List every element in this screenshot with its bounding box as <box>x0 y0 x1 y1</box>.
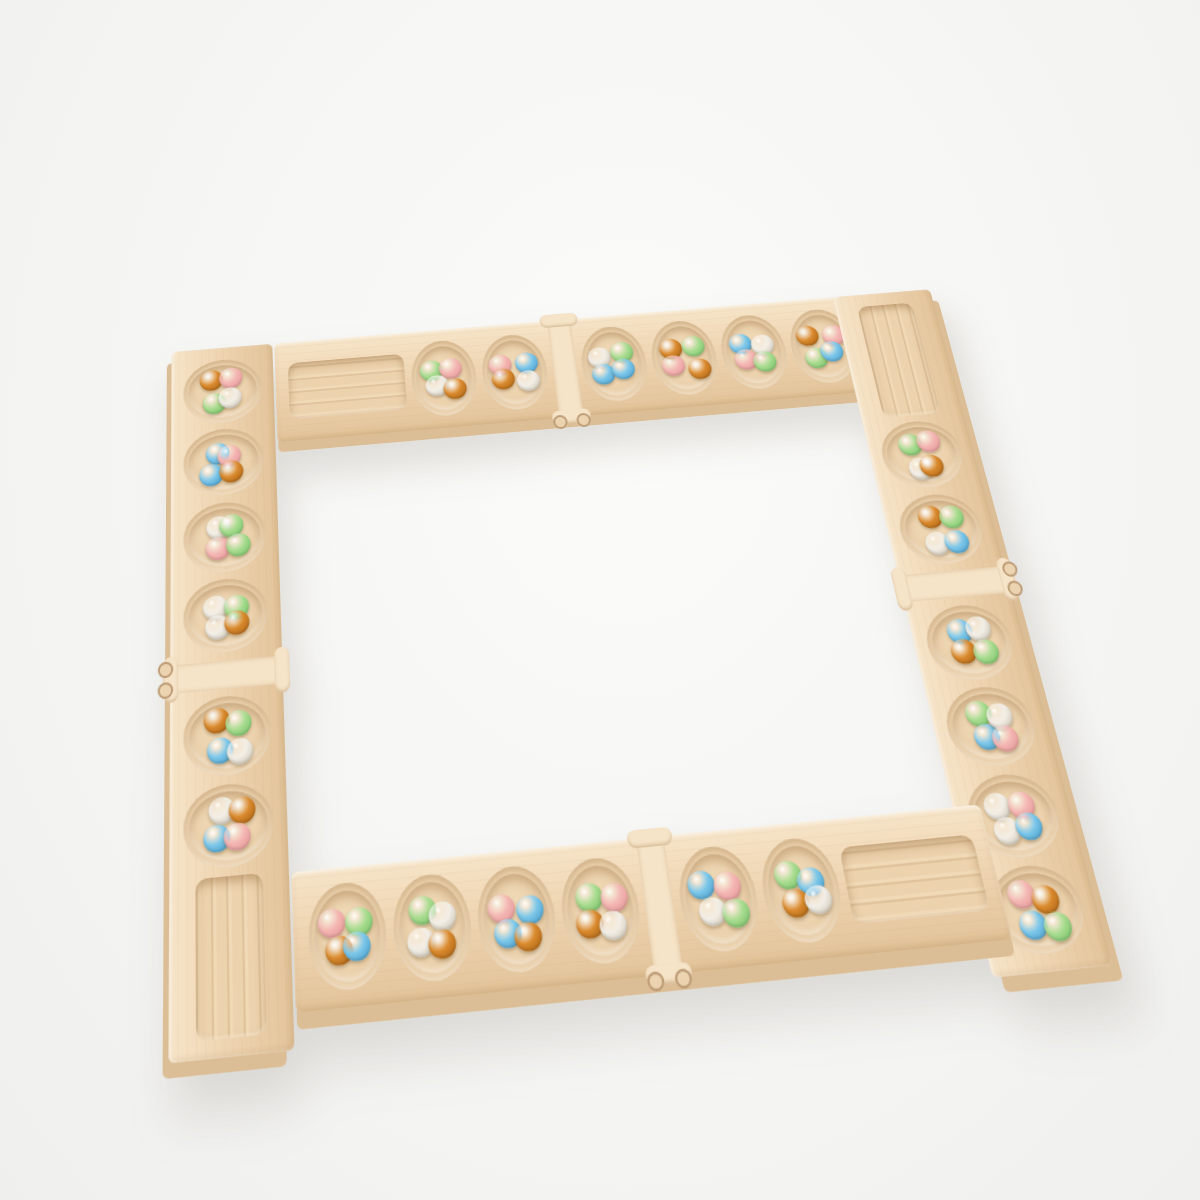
hinge-ring-icon <box>158 681 174 699</box>
gem-blue <box>685 869 716 900</box>
gem-amber <box>219 460 243 484</box>
gem-amber <box>491 368 516 390</box>
board-side-left <box>168 344 294 1064</box>
gem-amber <box>686 357 712 379</box>
pit-hollow <box>396 879 469 977</box>
pit-hollow <box>188 363 258 421</box>
gem-pink <box>224 822 251 852</box>
gem-amber <box>793 325 820 347</box>
board-side-bottom <box>291 805 1012 1013</box>
pit-hollow <box>925 608 1014 676</box>
gem-green <box>721 897 753 929</box>
hinge-top <box>547 321 583 416</box>
hinge-ring-icon <box>1006 580 1025 597</box>
pit-hollow <box>189 700 267 772</box>
pit-hollow <box>652 324 718 392</box>
hinge-ring-icon <box>1001 561 1020 577</box>
pit-hollow <box>680 851 759 947</box>
pit-hollow <box>188 582 263 649</box>
mancala-board <box>169 289 1103 1025</box>
hinge-ring-icon <box>647 971 666 992</box>
gem-green <box>936 504 966 529</box>
hinge-right <box>900 566 1009 602</box>
hinge-left <box>172 655 280 693</box>
gem-green <box>1040 910 1074 942</box>
store-right[interactable] <box>857 303 941 418</box>
board-side-top <box>274 295 879 442</box>
pit-hollow <box>583 330 647 398</box>
gem-pink <box>660 355 686 377</box>
pit-hollow <box>189 787 269 864</box>
pit-bottom-3[interactable] <box>473 863 560 976</box>
pit-left-3[interactable] <box>183 499 266 576</box>
pit-right-2[interactable] <box>893 491 991 567</box>
pit-hollow <box>721 318 788 385</box>
pit-top-1[interactable] <box>409 338 480 418</box>
pit-hollow <box>479 871 553 968</box>
gem-pink <box>712 870 743 901</box>
gem-white <box>428 900 458 932</box>
pit-left-5[interactable] <box>183 692 272 779</box>
hinge-ring-icon <box>158 661 173 679</box>
pit-right-4[interactable] <box>939 684 1044 770</box>
gem-amber <box>513 920 543 952</box>
gem-green <box>751 350 778 372</box>
gem-amber <box>427 928 457 960</box>
gem-blue <box>343 931 372 963</box>
pit-hollow <box>881 425 964 485</box>
photo-background <box>0 0 1200 1200</box>
gem-white <box>516 369 541 391</box>
pit-left-2[interactable] <box>183 426 264 499</box>
pit-top-5[interactable] <box>715 313 793 392</box>
pit-hollow <box>761 843 842 938</box>
pit-bottom-1[interactable] <box>307 879 389 993</box>
pit-hollow <box>483 338 545 406</box>
pit-hollow <box>562 863 638 960</box>
gem-amber <box>442 377 467 400</box>
hinge-ring-icon <box>552 414 568 429</box>
gem-green <box>225 709 251 737</box>
gem-white <box>227 737 254 766</box>
pit-top-4[interactable] <box>647 319 723 398</box>
gem-white <box>218 386 242 409</box>
pit-bottom-2[interactable] <box>390 871 475 985</box>
hinge-ring-icon <box>575 412 591 427</box>
gem-amber <box>224 609 250 635</box>
pit-hollow <box>313 887 384 985</box>
gem-green <box>226 533 251 558</box>
pit-right-3[interactable] <box>919 601 1021 683</box>
pit-bottom-6[interactable] <box>755 835 849 946</box>
store-left[interactable] <box>195 873 266 1042</box>
hinge-bottom <box>636 838 683 972</box>
pit-hollow <box>414 344 475 413</box>
gem-green <box>573 882 604 913</box>
pit-hollow <box>899 497 984 560</box>
pit-left-1[interactable] <box>183 357 262 426</box>
board-perspective <box>172 302 1016 926</box>
pit-hollow <box>945 691 1037 763</box>
pit-hollow <box>188 505 261 569</box>
store-bottom[interactable] <box>839 834 990 924</box>
gem-amber <box>229 796 256 826</box>
pit-left-4[interactable] <box>183 576 268 657</box>
pit-bottom-4[interactable] <box>556 855 645 968</box>
gem-green <box>970 638 1001 665</box>
pit-top-2[interactable] <box>478 333 551 413</box>
gem-green <box>680 335 706 357</box>
gem-white <box>598 910 629 942</box>
hinge-ring-icon <box>674 968 693 989</box>
gem-pink <box>599 882 630 913</box>
pit-right-1[interactable] <box>875 419 970 491</box>
pit-bottom-5[interactable] <box>673 843 765 955</box>
store-top[interactable] <box>288 354 408 419</box>
pit-top-3[interactable] <box>577 324 652 403</box>
pit-left-6[interactable] <box>183 780 274 872</box>
pit-hollow <box>188 432 259 493</box>
